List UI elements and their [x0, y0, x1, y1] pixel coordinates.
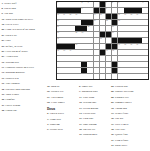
cell-number: 38 — [57, 50, 59, 52]
grid-cell[interactable] — [94, 38, 100, 43]
black-cell — [100, 8, 106, 13]
cell-number: 12 — [69, 14, 71, 16]
grid-cell[interactable]: 4 — [106, 2, 112, 7]
grid-cell[interactable] — [124, 62, 130, 67]
black-cell — [106, 44, 112, 49]
grid-cell[interactable] — [94, 50, 100, 55]
grid-cell[interactable] — [81, 38, 87, 43]
clue-item: 30. Wading bird — [2, 61, 45, 64]
cell-number: 11 — [63, 14, 65, 16]
grid-cell[interactable] — [106, 26, 112, 31]
clue-item: 26. Sunrise direction — [111, 90, 149, 93]
cell-number: 18 — [130, 14, 132, 16]
clue-item: 31. Canada's capital on a river — [2, 66, 45, 69]
black-cell — [130, 8, 136, 13]
grid-cell[interactable] — [136, 68, 142, 73]
grid-cell[interactable] — [100, 44, 106, 49]
grid-cell[interactable] — [130, 2, 136, 7]
grid-cell[interactable]: 5 — [112, 2, 118, 7]
grid-cell[interactable]: 51 — [57, 74, 63, 79]
cell-number: 13 — [75, 14, 77, 16]
cell-number: 39 — [63, 50, 65, 52]
cell-number: 51 — [57, 73, 59, 75]
cell-number: 40 — [69, 50, 71, 52]
bottom-clues-column-3: 22. Garden tool26. Sunrise direction28. … — [111, 85, 149, 150]
grid-cell[interactable]: 41 — [106, 50, 112, 55]
clue-item: 3. Night bird — [47, 118, 75, 121]
cell-number: 50 — [118, 67, 120, 69]
clue-item: 50. Sailor's yes — [47, 90, 75, 93]
grid-cell[interactable]: 31 — [57, 38, 63, 43]
grid-cell[interactable]: 23 — [118, 20, 124, 25]
grid-cell[interactable] — [87, 8, 93, 13]
clue-item: 49. Born as — [47, 85, 75, 88]
grid-cell[interactable] — [136, 20, 142, 25]
grid-cell[interactable] — [136, 50, 142, 55]
black-cell — [136, 38, 142, 43]
clue-item: 20. Large sea duck of the north — [2, 28, 45, 31]
grid-cell[interactable] — [124, 74, 130, 79]
crossword-grid: 1234567891011121314151617181920212223242… — [56, 1, 149, 80]
black-cell — [112, 62, 118, 67]
clue-item: 35. Paddle's kin — [2, 77, 45, 80]
grid-cell[interactable]: 35 — [124, 44, 130, 49]
clue-item: 32. Young dog — [111, 107, 149, 110]
clue-item: 52. Lease signer — [47, 101, 75, 104]
grid-cell[interactable] — [75, 74, 81, 79]
cell-number: 23 — [118, 20, 120, 22]
grid-cell[interactable] — [81, 44, 87, 49]
black-cell — [87, 20, 93, 25]
grid-cell[interactable] — [63, 56, 69, 61]
grid-cell[interactable]: 14 — [94, 14, 100, 19]
grid-cell[interactable] — [94, 32, 100, 37]
cell-number: 31 — [57, 38, 59, 40]
grid-cell[interactable] — [118, 56, 124, 61]
clue-item: 38. Tide type — [111, 128, 149, 131]
clue-item: 1. Sticky stuff — [2, 2, 45, 5]
grid-cell[interactable]: 29 — [81, 32, 87, 37]
grid-cell[interactable] — [75, 2, 81, 7]
black-cell — [124, 38, 130, 43]
grid-cell[interactable] — [106, 56, 112, 61]
black-cell — [112, 68, 118, 73]
cell-number: 17 — [124, 14, 126, 16]
clue-item: 51. Tin symbol — [47, 96, 75, 99]
grid-cell[interactable]: 20 — [57, 20, 63, 25]
black-cell — [112, 14, 118, 19]
down-list-1: 2. Frozen water3. Night bird4. Sunbeam5.… — [47, 112, 75, 131]
black-cell — [69, 8, 75, 13]
grid-cell[interactable]: 16 — [118, 14, 124, 19]
grid-cell[interactable] — [100, 20, 106, 25]
grid-cell[interactable]: 33 — [75, 44, 81, 49]
grid-cell[interactable]: 24 — [57, 26, 63, 31]
grid-cell[interactable] — [124, 20, 130, 25]
grid-cell[interactable] — [130, 62, 136, 67]
grid-cell[interactable] — [106, 74, 112, 79]
grid-cell[interactable] — [87, 14, 93, 19]
grid-cell[interactable] — [63, 2, 69, 7]
black-cell — [75, 26, 81, 31]
clue-item: 46. Comfort — [2, 98, 45, 101]
grid-cell[interactable]: 30 — [112, 32, 118, 37]
grid-cell[interactable]: 12 — [69, 14, 75, 19]
cell-number: 37 — [136, 44, 138, 46]
grid-cell[interactable]: 25 — [87, 26, 93, 31]
grid-cell[interactable]: 40 — [69, 50, 75, 55]
clue-item: 11. Fruit drink — [79, 96, 108, 99]
cell-number: 1 — [57, 2, 58, 4]
grid-cell[interactable] — [63, 32, 69, 37]
clue-item: 21. Open a bit — [2, 34, 45, 37]
grid-cell[interactable]: 47 — [118, 62, 124, 67]
clue-item: 37. Have a meal — [111, 123, 149, 126]
cell-number: 33 — [75, 44, 77, 46]
grid-cell[interactable] — [142, 14, 148, 19]
grid-cell[interactable] — [142, 44, 148, 49]
grid-cell[interactable]: 46 — [87, 62, 93, 67]
grid-cell[interactable]: 15 — [100, 14, 106, 19]
clue-item: 24. Before, in verse — [2, 45, 45, 48]
black-cell — [112, 38, 118, 43]
black-cell — [69, 44, 75, 49]
grid-cell[interactable] — [118, 74, 124, 79]
across-tail-list: 49. Born as50. Sailor's yes51. Tin symbo… — [47, 85, 75, 104]
clue-item: 39. Tiny colonist — [2, 82, 45, 85]
grid-cell[interactable]: 1 — [57, 2, 63, 7]
cell-number: 48 — [57, 67, 59, 69]
cell-number: 21 — [94, 20, 96, 22]
cell-number: 34 — [118, 44, 120, 46]
grid-cell[interactable]: 9 — [106, 8, 112, 13]
cell-number: 22 — [106, 20, 108, 22]
clue-item: 23. Fuss — [2, 39, 45, 42]
grid-cell[interactable] — [136, 62, 142, 67]
clue-item: 29. Summer cooler — [111, 101, 149, 104]
grid-cell[interactable] — [142, 20, 148, 25]
grid-cell[interactable] — [136, 26, 142, 31]
grid-cell[interactable]: 37 — [136, 44, 142, 49]
across-clues-column: 1. Sticky stuff8. Opera solo9. Not odd10… — [2, 2, 45, 115]
clue-item: 43. Road curve — [111, 144, 149, 147]
grid-cell[interactable] — [81, 14, 87, 19]
clue-item: 16. Greek letter — [2, 23, 45, 26]
grid-cell[interactable] — [130, 56, 136, 61]
cell-number: 8 — [82, 8, 83, 10]
clue-item: 7. Mountain pass — [79, 90, 108, 93]
grid-cell[interactable] — [106, 68, 112, 73]
black-cell — [100, 32, 106, 37]
grid-cell[interactable] — [94, 56, 100, 61]
grid-cell[interactable] — [87, 44, 93, 49]
bottom-clues-column-2: 6. Small bite7. Mountain pass11. Fruit d… — [79, 85, 108, 139]
cell-number: 46 — [88, 61, 90, 63]
grid-cell[interactable]: 19 — [136, 14, 142, 19]
clue-item: 47. Chilly season — [2, 104, 45, 107]
grid-cell[interactable] — [75, 62, 81, 67]
grid-cell[interactable]: 21 — [94, 20, 100, 25]
grid-cell[interactable]: 6 — [118, 2, 124, 7]
clue-item: 6. Small bite — [79, 85, 108, 88]
black-cell — [81, 26, 87, 31]
cell-number: 43 — [57, 55, 59, 57]
grid-cell[interactable] — [100, 74, 106, 79]
grid-cell[interactable] — [94, 44, 100, 49]
grid-cell[interactable] — [136, 74, 142, 79]
grid-cell[interactable] — [124, 56, 130, 61]
clue-item: 14. Caviar base — [79, 112, 108, 115]
clue-item: 5. Herbal brew — [47, 128, 75, 131]
cell-number: 35 — [124, 44, 126, 46]
grid-cell[interactable] — [69, 74, 75, 79]
clue-item: 34. Morning moisture — [2, 71, 45, 74]
grid-cell[interactable] — [142, 74, 148, 79]
grid-cell[interactable] — [94, 2, 100, 7]
grid-cell[interactable] — [130, 32, 136, 37]
clue-item: 19. Spanish gold — [79, 133, 108, 136]
clue-item: 48. Finish line — [2, 109, 45, 112]
grid-cell[interactable] — [136, 32, 142, 37]
grid-cell[interactable] — [142, 62, 148, 67]
down-section-header: Down — [47, 107, 75, 111]
black-cell — [81, 62, 87, 67]
clue-item: 2. Frozen water — [47, 112, 75, 115]
black-cell — [136, 8, 142, 13]
black-cell — [100, 50, 106, 55]
cell-number: 32 — [100, 38, 102, 40]
cell-number: 3 — [88, 2, 89, 4]
grid-cell[interactable] — [75, 50, 81, 55]
grid-cell[interactable] — [87, 38, 93, 43]
grid-cell[interactable] — [142, 38, 148, 43]
clue-item: 13. Ocean motion — [79, 107, 108, 110]
clue-item: 4. Sunbeam — [47, 123, 75, 126]
black-cell — [112, 44, 118, 49]
cell-number: 25 — [88, 26, 90, 28]
grid-cell[interactable] — [124, 68, 130, 73]
grid-cell[interactable]: 11 — [63, 14, 69, 19]
grid-cell[interactable] — [142, 8, 148, 13]
grid-cell[interactable]: 45 — [57, 62, 63, 67]
grid-cell[interactable] — [94, 74, 100, 79]
black-cell — [112, 20, 118, 25]
grid-cell[interactable] — [112, 74, 118, 79]
cell-number: 26 — [112, 26, 114, 28]
clue-item: 28. Knight's title — [111, 96, 149, 99]
clue-item: 27. Actor's part — [2, 55, 45, 58]
grid-cell[interactable] — [63, 68, 69, 73]
black-cell — [57, 44, 63, 49]
grid-cell[interactable] — [112, 56, 118, 61]
grid-cell[interactable]: 28 — [75, 32, 81, 37]
grid-cell[interactable]: 42 — [112, 50, 118, 55]
grid-cell[interactable]: 7 — [142, 2, 148, 7]
cell-number: 15 — [100, 14, 102, 16]
cell-number: 44 — [100, 55, 102, 57]
grid-cell[interactable] — [142, 68, 148, 73]
grid-cell[interactable] — [69, 68, 75, 73]
grid-cell[interactable] — [142, 50, 148, 55]
cell-number: 16 — [118, 14, 120, 16]
black-cell — [63, 8, 69, 13]
grid-cell[interactable] — [63, 74, 69, 79]
black-cell — [124, 8, 130, 13]
grid-cell[interactable] — [100, 62, 106, 67]
cell-number: 49 — [88, 67, 90, 69]
grid-cell[interactable] — [87, 32, 93, 37]
grid-cell[interactable] — [81, 50, 87, 55]
cell-number: 29 — [82, 32, 84, 34]
grid-cell[interactable] — [130, 68, 136, 73]
clue-item: 12. Writing tool — [79, 101, 108, 104]
cell-number: 42 — [112, 50, 114, 52]
grid-cell[interactable] — [81, 56, 87, 61]
grid-cell[interactable] — [75, 56, 81, 61]
cell-number: 2 — [82, 2, 83, 4]
grid-cell[interactable] — [118, 32, 124, 37]
grid-cell[interactable] — [130, 20, 136, 25]
grid-cell[interactable] — [69, 56, 75, 61]
black-cell — [130, 38, 136, 43]
cell-number: 9 — [106, 8, 107, 10]
cell-number: 47 — [118, 61, 120, 63]
grid-cell[interactable] — [142, 32, 148, 37]
grid-cell[interactable] — [75, 68, 81, 73]
grid-cell[interactable] — [112, 8, 118, 13]
grid-cell[interactable] — [69, 62, 75, 67]
grid-cell[interactable] — [75, 38, 81, 43]
grid-cell[interactable]: 48 — [57, 68, 63, 73]
grid-cell[interactable] — [69, 20, 75, 25]
grid-cell[interactable]: 2 — [81, 2, 87, 7]
grid-cell[interactable] — [118, 50, 124, 55]
clue-item: 40. Quarry find — [111, 133, 149, 136]
clue-item: 25. Lyric poem of praise — [2, 50, 45, 53]
clue-item: 18. Sheep's cry — [79, 128, 108, 131]
grid-cell[interactable] — [100, 68, 106, 73]
black-cell — [63, 44, 69, 49]
grid-cell[interactable] — [124, 26, 130, 31]
grid-cell[interactable] — [94, 26, 100, 31]
black-cell — [81, 20, 87, 25]
cell-number: 7 — [143, 2, 144, 4]
cell-number: 5 — [112, 2, 113, 4]
black-cell — [106, 32, 112, 37]
grid-cell[interactable] — [87, 74, 93, 79]
grid-cell[interactable] — [63, 62, 69, 67]
grid-cell[interactable] — [100, 26, 106, 31]
grid-cell[interactable] — [130, 26, 136, 31]
grid-cell[interactable]: 3 — [87, 2, 93, 7]
grid-cell[interactable] — [63, 20, 69, 25]
cell-number: 41 — [106, 50, 108, 52]
grid-cell[interactable] — [94, 68, 100, 73]
grid-cell[interactable] — [75, 20, 81, 25]
grid-cell[interactable]: 34 — [118, 44, 124, 49]
clue-item: 10. Word with dinner or steel — [2, 18, 45, 21]
cell-number: 4 — [106, 2, 107, 4]
grid-cell[interactable] — [124, 50, 130, 55]
clue-item: 36. Not old — [111, 117, 149, 120]
grid-cell[interactable] — [81, 74, 87, 79]
black-cell — [100, 2, 106, 7]
cell-number: 24 — [57, 26, 59, 28]
clue-item: 44. Took a chair — [2, 93, 45, 96]
grid-cell[interactable]: 22 — [106, 20, 112, 25]
grid-cell[interactable] — [142, 26, 148, 31]
grid-cell[interactable] — [136, 56, 142, 61]
grid-cell[interactable]: 13 — [75, 14, 81, 19]
grid-cell[interactable] — [63, 38, 69, 43]
black-cell — [81, 68, 87, 73]
grid-cell[interactable] — [106, 38, 112, 43]
grid-cell[interactable] — [142, 56, 148, 61]
grid-cell[interactable] — [124, 2, 130, 7]
cell-number: 6 — [118, 2, 119, 4]
grid-cell[interactable] — [69, 2, 75, 7]
cell-number: 19 — [136, 14, 138, 16]
clue-item: 42. Operatic solo spotlight — [2, 88, 45, 91]
grid-cell[interactable] — [130, 74, 136, 79]
grid-cell[interactable] — [69, 26, 75, 31]
clue-item: 8. Opera solo — [2, 7, 45, 10]
cell-number: 28 — [75, 32, 77, 34]
black-cell — [106, 14, 112, 19]
grid-cell[interactable]: 17 — [124, 14, 130, 19]
grid-cell[interactable] — [87, 56, 93, 61]
grid-cell[interactable]: 10 — [57, 14, 63, 19]
grid-cell[interactable]: 26 — [112, 26, 118, 31]
grid-cell[interactable]: 36 — [130, 44, 136, 49]
grid-cell[interactable] — [136, 2, 142, 7]
cell-number: 36 — [130, 44, 132, 46]
clue-item: 17. Shoe bottom — [79, 123, 108, 126]
grid-cell[interactable] — [118, 8, 124, 13]
grid-cell[interactable]: 50 — [118, 68, 124, 73]
grid-cell[interactable] — [106, 62, 112, 67]
cell-number: 45 — [57, 61, 59, 63]
clue-item: 41. Firm refusal — [111, 139, 149, 142]
grid-cell[interactable]: 27 — [57, 32, 63, 37]
black-cell — [57, 8, 63, 13]
grid-cell[interactable] — [124, 32, 130, 37]
grid-cell[interactable]: 18 — [130, 14, 136, 19]
clue-item: 45. Hive dweller — [111, 150, 149, 151]
black-cell — [75, 8, 81, 13]
black-cell — [94, 8, 100, 13]
grid-cell[interactable] — [87, 50, 93, 55]
grid-cell[interactable]: 49 — [87, 68, 93, 73]
cell-number: 30 — [112, 32, 114, 34]
grid-cell[interactable]: 43 — [57, 56, 63, 61]
cell-number: 20 — [57, 20, 59, 22]
cell-number: 14 — [94, 14, 96, 16]
grid-cell[interactable] — [69, 38, 75, 43]
bottom-clues-column-1: 49. Born as50. Sailor's yes51. Tin symbo… — [47, 85, 75, 134]
grid-cell[interactable] — [69, 32, 75, 37]
grid-cell[interactable] — [118, 26, 124, 31]
grid-cell[interactable]: 32 — [100, 38, 106, 43]
clue-item: 22. Garden tool — [111, 85, 149, 88]
grid-cell[interactable] — [63, 26, 69, 31]
grid-cell[interactable]: 44 — [100, 56, 106, 61]
grid-cell[interactable]: 8 — [81, 8, 87, 13]
grid-cell[interactable]: 38 — [57, 50, 63, 55]
grid-cell[interactable] — [94, 62, 100, 67]
grid-cell[interactable] — [130, 50, 136, 55]
grid-cell[interactable]: 39 — [63, 50, 69, 55]
